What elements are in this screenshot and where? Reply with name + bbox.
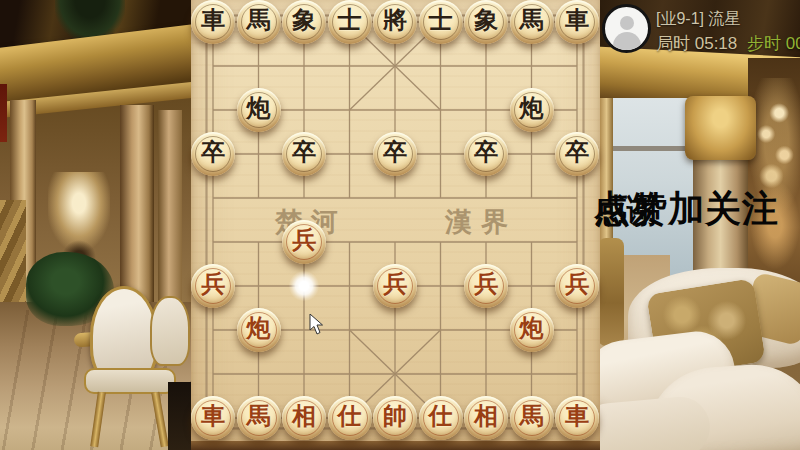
piece-glyph: 兵 [201,272,225,296]
piece-black-士-r0c5[interactable]: 士 [419,0,463,44]
piece-black-象-r0c2[interactable]: 象 [282,0,326,44]
piece-glyph: 士 [338,8,362,32]
piece-glyph: 象 [474,8,498,32]
piece-black-士-r0c3[interactable]: 士 [328,0,372,44]
piece-glyph: 士 [429,8,453,32]
piece-glyph: 卒 [201,140,225,164]
piece-red-馬-r9c7[interactable]: 馬 [510,396,554,440]
piece-black-卒-r3c4[interactable]: 卒 [373,132,417,176]
last-move-origin-marker: ✦ [289,271,319,301]
piece-glyph: 帥 [383,404,407,428]
xiangqi-board: 楚河 漢界 車馬象士將士象馬車炮炮卒卒卒卒卒兵兵兵兵兵炮炮車馬相仕帥仕相馬車 ✦ [191,0,600,450]
piece-glyph: 炮 [247,316,271,340]
avatar-head-icon [620,16,634,30]
piece-glyph: 炮 [247,96,271,120]
piece-glyph: 車 [565,404,589,428]
piece-glyph: 仕 [429,404,453,428]
piece-red-兵-r6c6[interactable]: 兵 [464,264,508,308]
corinthian-capital [685,96,756,160]
piece-red-炮-r7c7[interactable]: 炮 [510,308,554,352]
piece-red-相-r9c6[interactable]: 相 [464,396,508,440]
player-avatar[interactable] [602,4,651,53]
piece-glyph: 車 [565,8,589,32]
second-chair [150,296,190,366]
piece-black-象-r0c6[interactable]: 象 [464,0,508,44]
game-time-text: 局时 05:18 [656,32,737,55]
piece-black-卒-r3c0[interactable]: 卒 [191,132,235,176]
piece-glyph: 兵 [565,272,589,296]
piece-black-車-r0c0[interactable]: 車 [191,0,235,44]
piece-glyph: 馬 [520,8,544,32]
move-time-text: 步时 00: [747,32,800,55]
piece-black-卒-r3c2[interactable]: 卒 [282,132,326,176]
piece-glyph: 兵 [383,272,407,296]
piece-red-仕-r9c3[interactable]: 仕 [328,396,372,440]
piece-red-車-r9c8[interactable]: 車 [555,396,599,440]
piece-red-仕-r9c5[interactable]: 仕 [419,396,463,440]
piece-red-兵-r5c2[interactable]: 兵 [282,220,326,264]
piece-black-將-r0c4[interactable]: 將 [373,0,417,44]
piece-glyph: 卒 [292,140,316,164]
piece-black-車-r0c8[interactable]: 車 [555,0,599,44]
piece-black-炮-r2c7[interactable]: 炮 [510,88,554,132]
dark-table-base [168,382,191,450]
red-banner-strip [0,84,7,142]
piece-red-兵-r6c8[interactable]: 兵 [555,264,599,308]
piece-glyph: 卒 [474,140,498,164]
piece-red-兵-r6c4[interactable]: 兵 [373,264,417,308]
piece-glyph: 馬 [247,8,271,32]
piece-red-相-r9c2[interactable]: 相 [282,396,326,440]
gold-chair-edge [598,238,624,346]
caption-line2: 感谢 [594,194,660,227]
crystal-sconce [48,172,110,250]
pieces-layer: 車馬象士將士象馬車炮炮卒卒卒卒卒兵兵兵兵兵炮炮車馬相仕帥仕相馬車 [191,0,600,450]
mouse-cursor [309,314,325,336]
piece-red-帥-r9c4[interactable]: 帥 [373,396,417,440]
marble-column-left-3 [158,110,182,310]
piece-black-卒-r3c8[interactable]: 卒 [555,132,599,176]
piece-glyph: 相 [292,404,316,428]
piece-glyph: 兵 [474,272,498,296]
player-name: [业9-1] 流星 [656,9,800,29]
piece-red-車-r9c0[interactable]: 車 [191,396,235,440]
piece-red-馬-r9c1[interactable]: 馬 [237,396,281,440]
piece-glyph: 卒 [565,140,589,164]
window-frame-bar [600,146,695,151]
baroque-chair-seat [84,368,176,394]
piece-glyph: 相 [474,404,498,428]
piece-glyph: 車 [201,8,225,32]
piece-glyph: 象 [292,8,316,32]
piece-glyph: 車 [201,404,225,428]
piece-glyph: 仕 [338,404,362,428]
piece-glyph: 炮 [520,96,544,120]
piece-red-兵-r6c0[interactable]: 兵 [191,264,235,308]
piece-red-炮-r7c1[interactable]: 炮 [237,308,281,352]
background-left-room [0,0,191,450]
piece-black-炮-r2c1[interactable]: 炮 [237,88,281,132]
piece-glyph: 卒 [383,140,407,164]
piece-glyph: 將 [383,8,407,32]
avatar-body-icon [613,32,641,50]
marble-column-left-2 [120,105,154,315]
piece-glyph: 馬 [520,404,544,428]
piece-black-馬-r0c1[interactable]: 馬 [237,0,281,44]
stream-frame: 楚河 漢界 車馬象士將士象馬車炮炮卒卒卒卒卒兵兵兵兵兵炮炮車馬相仕帥仕相馬車 ✦… [0,0,800,450]
piece-black-馬-r0c7[interactable]: 馬 [510,0,554,44]
piece-black-卒-r3c6[interactable]: 卒 [464,132,508,176]
piece-glyph: 兵 [292,228,316,252]
piece-glyph: 炮 [520,316,544,340]
piece-glyph: 馬 [247,404,271,428]
